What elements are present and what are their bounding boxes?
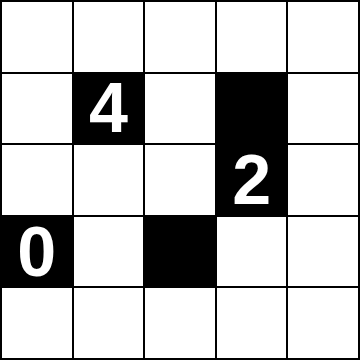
cell-r2c2[interactable] (145, 145, 215, 215)
cell-r1c4[interactable] (288, 74, 358, 144)
cell-r1c2[interactable] (145, 74, 215, 144)
cell-r1c3 (217, 74, 287, 144)
cell-r2c4[interactable] (288, 145, 358, 215)
cell-r4c2[interactable] (145, 288, 215, 358)
clue-text: 0 (17, 217, 56, 287)
cell-r2c0[interactable] (2, 145, 72, 215)
cell-r4c3[interactable] (217, 288, 287, 358)
cell-r2c1[interactable] (74, 145, 144, 215)
cell-r4c4[interactable] (288, 288, 358, 358)
cell-r0c4[interactable] (288, 2, 358, 72)
cell-r3c3[interactable] (217, 217, 287, 287)
cell-r0c1[interactable] (74, 2, 144, 72)
cell-r4c0[interactable] (2, 288, 72, 358)
clue-text: 2 (232, 145, 271, 215)
cell-r0c0[interactable] (2, 2, 72, 72)
cell-r1c1: 4 (74, 74, 144, 144)
cell-r3c4[interactable] (288, 217, 358, 287)
cell-r0c3[interactable] (217, 2, 287, 72)
cell-r1c0[interactable] (2, 74, 72, 144)
cell-r3c1[interactable] (74, 217, 144, 287)
clue-text: 4 (89, 74, 128, 144)
cell-r2c3: 2 (217, 145, 287, 215)
cell-r3c2 (145, 217, 215, 287)
cell-r4c1[interactable] (74, 288, 144, 358)
cell-r3c0: 0 (2, 217, 72, 287)
puzzle-board: 420 (0, 0, 360, 360)
cell-r0c2[interactable] (145, 2, 215, 72)
